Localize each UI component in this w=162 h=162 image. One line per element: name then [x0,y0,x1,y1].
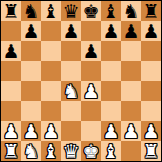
square-a4[interactable] [1,81,21,101]
square-g4[interactable] [121,81,141,101]
square-g8[interactable]: ♞ [121,1,141,21]
square-b8[interactable]: ♞ [21,1,41,21]
black-pawn[interactable]: ♟ [142,21,159,41]
white-rook[interactable]: ♜ [2,141,19,161]
square-h1[interactable]: ♜ [141,141,161,161]
square-e7[interactable] [81,21,101,41]
black-queen[interactable]: ♛ [62,1,79,21]
square-f5[interactable] [101,61,121,81]
square-c4[interactable] [41,81,61,101]
square-a5[interactable] [1,61,21,81]
black-rook[interactable]: ♜ [142,1,159,21]
square-d4[interactable]: ♞ [61,81,81,101]
square-e6[interactable]: ♟ [81,41,101,61]
square-d2[interactable] [61,121,81,141]
square-h3[interactable] [141,101,161,121]
square-b1[interactable]: ♞ [21,141,41,161]
black-knight[interactable]: ♞ [22,1,39,21]
white-pawn[interactable]: ♟ [82,81,99,101]
white-pawn[interactable]: ♟ [102,121,119,141]
square-d7[interactable]: ♟ [61,21,81,41]
square-b6[interactable] [21,41,41,61]
square-h8[interactable]: ♜ [141,1,161,21]
square-e5[interactable] [81,61,101,81]
square-f3[interactable] [101,101,121,121]
square-g3[interactable] [121,101,141,121]
square-g2[interactable]: ♟ [121,121,141,141]
square-b7[interactable]: ♟ [21,21,41,41]
square-g5[interactable] [121,61,141,81]
white-pawn[interactable]: ♟ [122,121,139,141]
square-d1[interactable]: ♛ [61,141,81,161]
square-a2[interactable]: ♟ [1,121,21,141]
black-pawn[interactable]: ♟ [82,41,99,61]
square-b4[interactable] [21,81,41,101]
square-e1[interactable]: ♚ [81,141,101,161]
square-d8[interactable]: ♛ [61,1,81,21]
square-f4[interactable] [101,81,121,101]
black-pawn[interactable]: ♟ [62,21,79,41]
square-h7[interactable]: ♟ [141,21,161,41]
square-f7[interactable]: ♟ [101,21,121,41]
square-b3[interactable] [21,101,41,121]
square-b5[interactable] [21,61,41,81]
square-g1[interactable] [121,141,141,161]
white-knight[interactable]: ♞ [62,81,79,101]
white-pawn[interactable]: ♟ [42,121,59,141]
square-h5[interactable] [141,61,161,81]
square-c3[interactable] [41,101,61,121]
square-c5[interactable] [41,61,61,81]
square-d6[interactable] [61,41,81,61]
square-f1[interactable]: ♝ [101,141,121,161]
black-bishop[interactable]: ♝ [42,1,59,21]
square-a7[interactable] [1,21,21,41]
square-a1[interactable]: ♜ [1,141,21,161]
square-e3[interactable] [81,101,101,121]
square-a3[interactable] [1,101,21,121]
white-pawn[interactable]: ♟ [142,121,159,141]
square-g7[interactable]: ♟ [121,21,141,41]
white-bishop[interactable]: ♝ [42,141,59,161]
black-bishop[interactable]: ♝ [102,1,119,21]
square-c1[interactable]: ♝ [41,141,61,161]
black-rook[interactable]: ♜ [2,1,19,21]
black-pawn[interactable]: ♟ [122,21,139,41]
black-pawn[interactable]: ♟ [2,41,19,61]
square-h4[interactable] [141,81,161,101]
black-knight[interactable]: ♞ [122,1,139,21]
square-c2[interactable]: ♟ [41,121,61,141]
square-f2[interactable]: ♟ [101,121,121,141]
square-f8[interactable]: ♝ [101,1,121,21]
square-c7[interactable] [41,21,61,41]
square-a8[interactable]: ♜ [1,1,21,21]
white-king[interactable]: ♚ [82,141,99,161]
square-f6[interactable] [101,41,121,61]
white-pawn[interactable]: ♟ [2,121,19,141]
square-c6[interactable] [41,41,61,61]
square-e2[interactable] [81,121,101,141]
white-queen[interactable]: ♛ [62,141,79,161]
white-rook[interactable]: ♜ [142,141,159,161]
black-king[interactable]: ♚ [82,1,99,21]
square-b2[interactable]: ♟ [21,121,41,141]
chess-board: ♜♞♝♛♚♝♞♜♟♟♟♟♟♟♟♞♟♟♟♟♟♟♟♜♞♝♛♚♝♜ [0,0,162,162]
square-e4[interactable]: ♟ [81,81,101,101]
white-bishop[interactable]: ♝ [102,141,119,161]
square-a6[interactable]: ♟ [1,41,21,61]
square-g6[interactable] [121,41,141,61]
square-h6[interactable] [141,41,161,61]
square-h2[interactable]: ♟ [141,121,161,141]
black-pawn[interactable]: ♟ [22,21,39,41]
black-pawn[interactable]: ♟ [102,21,119,41]
white-pawn[interactable]: ♟ [22,121,39,141]
square-d3[interactable] [61,101,81,121]
square-d5[interactable] [61,61,81,81]
white-knight[interactable]: ♞ [22,141,39,161]
square-c8[interactable]: ♝ [41,1,61,21]
square-e8[interactable]: ♚ [81,1,101,21]
